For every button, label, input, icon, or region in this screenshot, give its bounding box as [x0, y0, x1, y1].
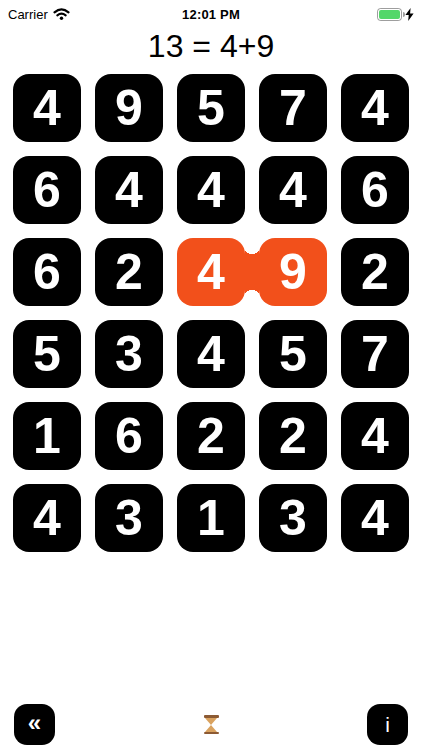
tile-connector	[245, 246, 259, 298]
tile-r2c3[interactable]: 4	[177, 156, 245, 224]
tile-r4c2[interactable]: 3	[95, 320, 163, 388]
tile-r3c4[interactable]: 9	[259, 238, 327, 306]
tile-r3c5[interactable]: 2	[341, 238, 409, 306]
tile-r2c5[interactable]: 6	[341, 156, 409, 224]
tile-r1c5[interactable]: 4	[341, 74, 409, 142]
tile-r2c1[interactable]: 6	[13, 156, 81, 224]
tile-r3c2[interactable]: 2	[95, 238, 163, 306]
tile-r6c2[interactable]: 3	[95, 484, 163, 552]
battery-cap	[403, 12, 405, 17]
tile-r1c2[interactable]: 9	[95, 74, 163, 142]
status-bar-left: Carrier	[8, 7, 182, 22]
tile-r2c2[interactable]: 4	[95, 156, 163, 224]
tile-r6c1[interactable]: 4	[13, 484, 81, 552]
tile-r4c3[interactable]: 4	[177, 320, 245, 388]
hourglass-top-bulb	[205, 718, 217, 725]
tile-r4c4[interactable]: 5	[259, 320, 327, 388]
tile-r1c1[interactable]: 4	[13, 74, 81, 142]
tile-r5c2[interactable]: 6	[95, 402, 163, 470]
charging-bolt-icon	[405, 8, 414, 21]
tile-r3c3[interactable]: 4	[177, 238, 245, 306]
tile-r4c1[interactable]: 5	[13, 320, 81, 388]
tile-r5c3[interactable]: 2	[177, 402, 245, 470]
info-button[interactable]: i	[367, 704, 408, 745]
tile-r6c3[interactable]: 1	[177, 484, 245, 552]
tile-r5c4[interactable]: 2	[259, 402, 327, 470]
tile-r1c3[interactable]: 5	[177, 74, 245, 142]
tile-r1c4[interactable]: 7	[259, 74, 327, 142]
wifi-icon	[53, 8, 70, 20]
tile-r3c1[interactable]: 6	[13, 238, 81, 306]
undo-button[interactable]: «	[14, 704, 55, 745]
hourglass-icon[interactable]	[204, 715, 219, 734]
tile-r6c5[interactable]: 4	[341, 484, 409, 552]
footer-toolbar: « i	[14, 704, 408, 745]
tile-r2c4[interactable]: 4	[259, 156, 327, 224]
status-bar: Carrier 12:01 PM	[0, 0, 422, 24]
board: 495746444662492534571622443134	[13, 74, 409, 552]
equation-title: 13 = 4+9	[0, 28, 422, 64]
tile-r5c1[interactable]: 1	[13, 402, 81, 470]
carrier-label: Carrier	[8, 7, 48, 22]
battery-icon	[377, 8, 402, 21]
tile-r5c5[interactable]: 4	[341, 402, 409, 470]
tile-r6c4[interactable]: 3	[259, 484, 327, 552]
clock: 12:01 PM	[182, 7, 240, 22]
status-bar-right	[240, 8, 414, 21]
hourglass-bottom-bar	[204, 732, 219, 735]
hourglass-bottom-bulb	[205, 725, 217, 732]
app-screen: Carrier 12:01 PM 13 = 4+9 49574644466249…	[0, 0, 422, 750]
tile-r4c5[interactable]: 7	[341, 320, 409, 388]
battery-fill	[379, 10, 400, 19]
